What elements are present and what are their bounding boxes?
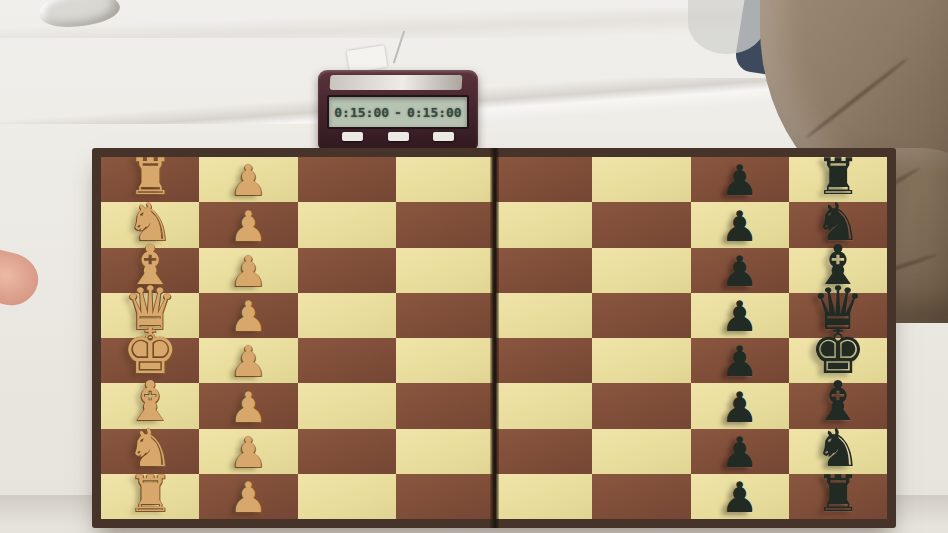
- square-b3: [298, 202, 396, 247]
- square-e8: ♚: [789, 338, 887, 383]
- square-a6: [592, 157, 690, 202]
- white-pawn: ♟: [199, 296, 297, 338]
- square-f7: ♟: [691, 383, 789, 428]
- square-g8: ♞: [789, 429, 887, 474]
- square-g7: ♟: [691, 429, 789, 474]
- square-h5: [494, 474, 592, 519]
- square-h4: [396, 474, 494, 519]
- clock-button: [433, 132, 454, 141]
- black-knight: ♞: [789, 422, 887, 474]
- clock-wire: [393, 31, 405, 64]
- white-pawn: ♟: [199, 341, 297, 383]
- square-f2: ♟: [199, 383, 297, 428]
- square-g6: [592, 429, 690, 474]
- square-f4: [396, 383, 494, 428]
- square-c3: [298, 248, 396, 293]
- square-c8: ♝: [789, 248, 887, 293]
- black-pawn: ♟: [691, 296, 789, 338]
- square-a4: [396, 157, 494, 202]
- white-tag: [347, 45, 388, 73]
- square-e1: ♚: [101, 338, 199, 383]
- square-b1: ♞: [101, 202, 199, 247]
- square-e7: ♟: [691, 338, 789, 383]
- square-h7: ♟: [691, 474, 789, 519]
- square-b2: ♟: [199, 202, 297, 247]
- square-c7: ♟: [691, 248, 789, 293]
- square-d5: [494, 293, 592, 338]
- square-b8: ♞: [789, 202, 887, 247]
- square-e2: ♟: [199, 338, 297, 383]
- black-rook: ♜: [789, 469, 887, 519]
- square-h3: [298, 474, 396, 519]
- square-e5: [494, 338, 592, 383]
- square-b6: [592, 202, 690, 247]
- crumpled-napkin: [39, 0, 122, 30]
- square-f5: [494, 383, 592, 428]
- white-pawn: ♟: [199, 251, 297, 293]
- square-c2: ♟: [199, 248, 297, 293]
- white-pawn: ♟: [199, 160, 297, 202]
- white-rook: ♜: [101, 469, 199, 519]
- square-a7: ♟: [691, 157, 789, 202]
- square-e6: [592, 338, 690, 383]
- black-pawn: ♟: [691, 206, 789, 248]
- square-h1: ♜: [101, 474, 199, 519]
- white-knight: ♞: [101, 422, 199, 474]
- clock-right-time: 0:15:00: [407, 105, 462, 120]
- square-a2: ♟: [199, 157, 297, 202]
- square-a8: ♜: [789, 157, 887, 202]
- fingertip: [0, 249, 44, 311]
- square-d1: ♛: [101, 293, 199, 338]
- chess-board-frame: ♜♟♟♜♞♟♟♞♝♟♟♝♛♟♟♛♚♟♟♚♝♟♟♝♞♟♟♞♜♟♟♜: [92, 148, 896, 528]
- square-d8: ♛: [789, 293, 887, 338]
- black-rook: ♜: [789, 152, 887, 202]
- black-pawn: ♟: [691, 432, 789, 474]
- clock-button: [388, 132, 409, 141]
- square-g2: ♟: [199, 429, 297, 474]
- white-pawn: ♟: [199, 477, 297, 519]
- square-b5: [494, 202, 592, 247]
- square-g4: [396, 429, 494, 474]
- clock-separator: -: [394, 105, 402, 120]
- photo-scene: 0:15:00 - 0:15:00 ♜♟♟♜♞♟♟♞♝♟♟♝♛♟♟♛♚♟♟♚♝♟…: [0, 0, 948, 533]
- white-rook: ♜: [101, 152, 199, 202]
- clock-button-row: [318, 132, 478, 141]
- square-d4: [396, 293, 494, 338]
- chess-clock: 0:15:00 - 0:15:00: [318, 56, 480, 152]
- square-a5: [494, 157, 592, 202]
- black-pawn: ♟: [691, 477, 789, 519]
- clock-rocker-bar: [330, 75, 463, 90]
- board-fold-line: [490, 148, 499, 528]
- square-g5: [494, 429, 592, 474]
- square-c6: [592, 248, 690, 293]
- square-h2: ♟: [199, 474, 297, 519]
- square-b7: ♟: [691, 202, 789, 247]
- square-a1: ♜: [101, 157, 199, 202]
- square-d7: ♟: [691, 293, 789, 338]
- square-a3: [298, 157, 396, 202]
- black-pawn: ♟: [691, 387, 789, 429]
- square-f1: ♝: [101, 383, 199, 428]
- square-g3: [298, 429, 396, 474]
- clock-button: [342, 132, 363, 141]
- black-knight: ♞: [789, 196, 887, 248]
- white-knight: ♞: [101, 196, 199, 248]
- black-pawn: ♟: [691, 160, 789, 202]
- square-c4: [396, 248, 494, 293]
- clock-left-time: 0:15:00: [334, 105, 389, 120]
- black-pawn: ♟: [691, 341, 789, 383]
- square-f6: [592, 383, 690, 428]
- square-h8: ♜: [789, 474, 887, 519]
- square-d2: ♟: [199, 293, 297, 338]
- square-h6: [592, 474, 690, 519]
- square-c5: [494, 248, 592, 293]
- white-pawn: ♟: [199, 387, 297, 429]
- white-pawn: ♟: [199, 206, 297, 248]
- square-f8: ♝: [789, 383, 887, 428]
- square-c1: ♝: [101, 248, 199, 293]
- clock-display: 0:15:00 - 0:15:00: [327, 95, 469, 129]
- black-pawn: ♟: [691, 251, 789, 293]
- square-f3: [298, 383, 396, 428]
- square-b4: [396, 202, 494, 247]
- square-e4: [396, 338, 494, 383]
- square-g1: ♞: [101, 429, 199, 474]
- square-d3: [298, 293, 396, 338]
- white-pawn: ♟: [199, 432, 297, 474]
- square-d6: [592, 293, 690, 338]
- clock-body: 0:15:00 - 0:15:00: [318, 70, 478, 150]
- square-e3: [298, 338, 396, 383]
